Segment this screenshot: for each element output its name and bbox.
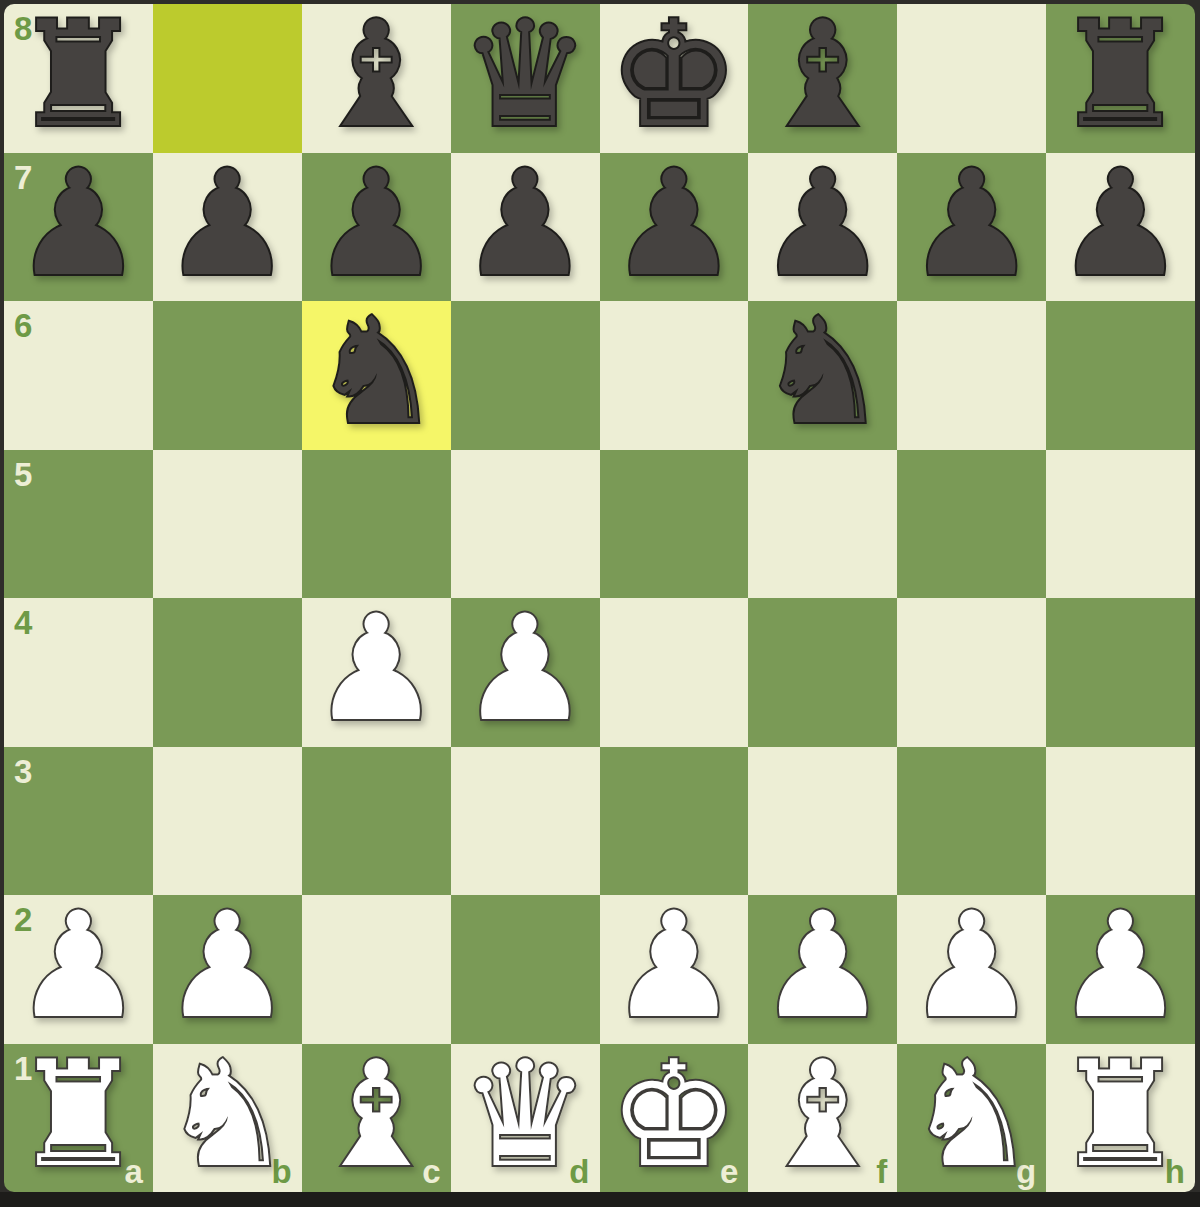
piece-white-pawn[interactable]: ♟ bbox=[1055, 892, 1186, 1038]
square-c7[interactable]: ♟ bbox=[302, 153, 451, 302]
square-e7[interactable]: ♟ bbox=[600, 153, 749, 302]
square-h1[interactable]: h♜ bbox=[1046, 1044, 1195, 1193]
square-e8[interactable]: ♚ bbox=[600, 4, 749, 153]
piece-black-pawn[interactable]: ♟ bbox=[13, 150, 144, 296]
square-b7[interactable]: ♟ bbox=[153, 153, 302, 302]
square-c1[interactable]: c♝ bbox=[302, 1044, 451, 1193]
piece-black-king[interactable]: ♚ bbox=[608, 4, 739, 147]
square-g2[interactable]: ♟ bbox=[897, 895, 1046, 1044]
piece-white-pawn[interactable]: ♟ bbox=[460, 595, 591, 741]
rank-label-3: 3 bbox=[14, 755, 32, 788]
square-f8[interactable]: ♝ bbox=[748, 4, 897, 153]
square-a3[interactable]: 3 bbox=[4, 747, 153, 896]
piece-black-pawn[interactable]: ♟ bbox=[162, 150, 293, 296]
square-h2[interactable]: ♟ bbox=[1046, 895, 1195, 1044]
square-e2[interactable]: ♟ bbox=[600, 895, 749, 1044]
square-b5[interactable] bbox=[153, 450, 302, 599]
square-c6[interactable]: ♞ bbox=[302, 301, 451, 450]
square-a7[interactable]: 7♟ bbox=[4, 153, 153, 302]
piece-white-pawn[interactable]: ♟ bbox=[162, 892, 293, 1038]
rank-label-4: 4 bbox=[14, 606, 32, 639]
square-a6[interactable]: 6 bbox=[4, 301, 153, 450]
piece-black-rook[interactable]: ♜ bbox=[13, 4, 144, 147]
square-c3[interactable] bbox=[302, 747, 451, 896]
piece-white-rook[interactable]: ♜ bbox=[1055, 1041, 1186, 1187]
square-d3[interactable] bbox=[451, 747, 600, 896]
square-d1[interactable]: d♛ bbox=[451, 1044, 600, 1193]
square-a8[interactable]: 8♜ bbox=[4, 4, 153, 153]
piece-white-knight[interactable]: ♞ bbox=[162, 1041, 293, 1187]
square-e3[interactable] bbox=[600, 747, 749, 896]
square-g6[interactable] bbox=[897, 301, 1046, 450]
piece-white-pawn[interactable]: ♟ bbox=[13, 892, 144, 1038]
square-e6[interactable] bbox=[600, 301, 749, 450]
square-c5[interactable] bbox=[302, 450, 451, 599]
square-h4[interactable] bbox=[1046, 598, 1195, 747]
piece-black-rook[interactable]: ♜ bbox=[1055, 4, 1186, 147]
piece-black-queen[interactable]: ♛ bbox=[460, 4, 591, 147]
square-d7[interactable]: ♟ bbox=[451, 153, 600, 302]
rank-label-5: 5 bbox=[14, 458, 32, 491]
piece-black-pawn[interactable]: ♟ bbox=[460, 150, 591, 296]
square-f1[interactable]: f♝ bbox=[748, 1044, 897, 1193]
piece-white-bishop[interactable]: ♝ bbox=[311, 1041, 442, 1187]
board-frame: 8♜♝♛♚♝♜7♟♟♟♟♟♟♟♟6♞♞54♟♟32♟♟♟♟♟♟1a♜b♞c♝d♛… bbox=[0, 0, 1200, 1207]
piece-black-pawn[interactable]: ♟ bbox=[1055, 150, 1186, 296]
square-a2[interactable]: 2♟ bbox=[4, 895, 153, 1044]
piece-black-pawn[interactable]: ♟ bbox=[311, 150, 442, 296]
square-e1[interactable]: e♚ bbox=[600, 1044, 749, 1193]
square-e5[interactable] bbox=[600, 450, 749, 599]
square-f3[interactable] bbox=[748, 747, 897, 896]
piece-black-knight[interactable]: ♞ bbox=[757, 298, 888, 444]
piece-white-pawn[interactable]: ♟ bbox=[311, 595, 442, 741]
square-b1[interactable]: b♞ bbox=[153, 1044, 302, 1193]
square-d2[interactable] bbox=[451, 895, 600, 1044]
square-e4[interactable] bbox=[600, 598, 749, 747]
piece-black-pawn[interactable]: ♟ bbox=[608, 150, 739, 296]
square-a1[interactable]: 1a♜ bbox=[4, 1044, 153, 1193]
square-b2[interactable]: ♟ bbox=[153, 895, 302, 1044]
rank-label-6: 6 bbox=[14, 309, 32, 342]
square-f5[interactable] bbox=[748, 450, 897, 599]
square-f4[interactable] bbox=[748, 598, 897, 747]
piece-white-pawn[interactable]: ♟ bbox=[906, 892, 1037, 1038]
piece-white-king[interactable]: ♚ bbox=[608, 1041, 739, 1187]
piece-black-pawn[interactable]: ♟ bbox=[906, 150, 1037, 296]
square-h6[interactable] bbox=[1046, 301, 1195, 450]
square-d8[interactable]: ♛ bbox=[451, 4, 600, 153]
square-h5[interactable] bbox=[1046, 450, 1195, 599]
square-g7[interactable]: ♟ bbox=[897, 153, 1046, 302]
square-b6[interactable] bbox=[153, 301, 302, 450]
chess-board[interactable]: 8♜♝♛♚♝♜7♟♟♟♟♟♟♟♟6♞♞54♟♟32♟♟♟♟♟♟1a♜b♞c♝d♛… bbox=[4, 4, 1195, 1192]
piece-black-bishop[interactable]: ♝ bbox=[757, 4, 888, 147]
square-c2[interactable] bbox=[302, 895, 451, 1044]
square-a4[interactable]: 4 bbox=[4, 598, 153, 747]
square-d4[interactable]: ♟ bbox=[451, 598, 600, 747]
square-h3[interactable] bbox=[1046, 747, 1195, 896]
square-c8[interactable]: ♝ bbox=[302, 4, 451, 153]
square-b8[interactable] bbox=[153, 4, 302, 153]
square-a5[interactable]: 5 bbox=[4, 450, 153, 599]
piece-white-rook[interactable]: ♜ bbox=[13, 1041, 144, 1187]
piece-black-knight[interactable]: ♞ bbox=[311, 298, 442, 444]
square-d5[interactable] bbox=[451, 450, 600, 599]
square-g1[interactable]: g♞ bbox=[897, 1044, 1046, 1193]
square-g5[interactable] bbox=[897, 450, 1046, 599]
piece-white-knight[interactable]: ♞ bbox=[906, 1041, 1037, 1187]
square-f2[interactable]: ♟ bbox=[748, 895, 897, 1044]
piece-black-bishop[interactable]: ♝ bbox=[311, 4, 442, 147]
square-g4[interactable] bbox=[897, 598, 1046, 747]
square-c4[interactable]: ♟ bbox=[302, 598, 451, 747]
square-b4[interactable] bbox=[153, 598, 302, 747]
piece-black-pawn[interactable]: ♟ bbox=[757, 150, 888, 296]
piece-white-pawn[interactable]: ♟ bbox=[608, 892, 739, 1038]
piece-white-bishop[interactable]: ♝ bbox=[757, 1041, 888, 1187]
square-b3[interactable] bbox=[153, 747, 302, 896]
square-h7[interactable]: ♟ bbox=[1046, 153, 1195, 302]
piece-white-queen[interactable]: ♛ bbox=[460, 1041, 591, 1187]
piece-white-pawn[interactable]: ♟ bbox=[757, 892, 888, 1038]
square-h8[interactable]: ♜ bbox=[1046, 4, 1195, 153]
square-d6[interactable] bbox=[451, 301, 600, 450]
square-f7[interactable]: ♟ bbox=[748, 153, 897, 302]
square-g3[interactable] bbox=[897, 747, 1046, 896]
square-g8[interactable] bbox=[897, 4, 1046, 153]
square-f6[interactable]: ♞ bbox=[748, 301, 897, 450]
